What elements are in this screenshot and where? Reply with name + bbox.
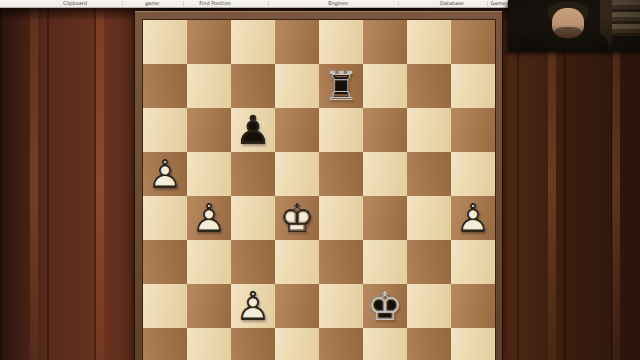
square-g6[interactable] — [407, 108, 451, 152]
webcam-overlay — [508, 0, 640, 52]
square-a7[interactable] — [143, 64, 187, 108]
white-pawn-outline: ♙ — [451, 196, 495, 240]
square-d5[interactable] — [275, 152, 319, 196]
menu-separator — [398, 1, 399, 6]
white-pawn-outline: ♙ — [231, 284, 275, 328]
square-b6[interactable] — [187, 108, 231, 152]
square-d3[interactable] — [275, 240, 319, 284]
square-f8[interactable] — [363, 20, 407, 64]
black-rook[interactable]: ♜♖ — [319, 64, 363, 108]
square-e5[interactable] — [319, 152, 363, 196]
square-f2[interactable]: ♚♔ — [363, 284, 407, 328]
square-c1[interactable] — [231, 328, 275, 360]
wood-grain-streak — [30, 7, 38, 360]
square-c4[interactable] — [231, 196, 275, 240]
white-king[interactable]: ♚♔ — [275, 196, 319, 240]
white-pawn-outline: ♙ — [187, 196, 231, 240]
square-h2[interactable] — [451, 284, 495, 328]
square-a6[interactable] — [143, 108, 187, 152]
wood-grain-streak — [548, 7, 556, 360]
square-d7[interactable] — [275, 64, 319, 108]
square-a4[interactable] — [143, 196, 187, 240]
square-e3[interactable] — [319, 240, 363, 284]
black-king-outline: ♔ — [363, 284, 407, 328]
chess-board: ♜♖♟♙♟♙♟♙♚♔♟♙♟♙♚♔ — [143, 20, 495, 360]
square-b4[interactable]: ♟♙ — [187, 196, 231, 240]
square-h8[interactable] — [451, 20, 495, 64]
square-g7[interactable] — [407, 64, 451, 108]
wood-grain-streak — [96, 7, 104, 360]
square-a2[interactable] — [143, 284, 187, 328]
square-b8[interactable] — [187, 20, 231, 64]
square-c3[interactable] — [231, 240, 275, 284]
square-f4[interactable] — [363, 196, 407, 240]
square-g4[interactable] — [407, 196, 451, 240]
square-a1[interactable] — [143, 328, 187, 360]
square-h1[interactable] — [451, 328, 495, 360]
menu-item-game[interactable]: game — [145, 0, 159, 7]
app-window: Clipboard game Find Position Engines Dat… — [0, 0, 640, 360]
menu-separator — [183, 1, 184, 6]
square-g5[interactable] — [407, 152, 451, 196]
menu-item-engines[interactable]: Engines — [328, 0, 348, 7]
webcam-vignette — [508, 0, 640, 52]
square-e4[interactable] — [319, 196, 363, 240]
square-d1[interactable] — [275, 328, 319, 360]
square-f5[interactable] — [363, 152, 407, 196]
white-pawn[interactable]: ♟♙ — [451, 196, 495, 240]
square-g2[interactable] — [407, 284, 451, 328]
square-f7[interactable] — [363, 64, 407, 108]
menu-item-database[interactable]: Database — [440, 0, 464, 7]
square-f6[interactable] — [363, 108, 407, 152]
square-c2[interactable]: ♟♙ — [231, 284, 275, 328]
square-h6[interactable] — [451, 108, 495, 152]
square-a5[interactable]: ♟♙ — [143, 152, 187, 196]
white-king-outline: ♔ — [275, 196, 319, 240]
square-e8[interactable] — [319, 20, 363, 64]
square-f1[interactable] — [363, 328, 407, 360]
menu-item-find-position[interactable]: Find Position — [199, 0, 230, 7]
square-d6[interactable] — [275, 108, 319, 152]
white-pawn-outline: ♙ — [143, 152, 187, 196]
square-b5[interactable] — [187, 152, 231, 196]
square-c6[interactable]: ♟♙ — [231, 108, 275, 152]
menu-separator — [268, 1, 269, 6]
square-d4[interactable]: ♚♔ — [275, 196, 319, 240]
square-g3[interactable] — [407, 240, 451, 284]
square-e6[interactable] — [319, 108, 363, 152]
white-pawn[interactable]: ♟♙ — [143, 152, 187, 196]
chess-board-frame: ♜♖♟♙♟♙♟♙♚♔♟♙♟♙♚♔ — [134, 10, 503, 360]
square-g8[interactable] — [407, 20, 451, 64]
square-e2[interactable] — [319, 284, 363, 328]
square-e1[interactable] — [319, 328, 363, 360]
wood-grain-streak — [612, 7, 620, 360]
square-b3[interactable] — [187, 240, 231, 284]
black-pawn-outline: ♙ — [231, 108, 275, 152]
square-h3[interactable] — [451, 240, 495, 284]
square-f3[interactable] — [363, 240, 407, 284]
square-b1[interactable] — [187, 328, 231, 360]
square-a3[interactable] — [143, 240, 187, 284]
square-a8[interactable] — [143, 20, 187, 64]
menu-separator — [487, 1, 488, 6]
square-h7[interactable] — [451, 64, 495, 108]
square-d8[interactable] — [275, 20, 319, 64]
square-h4[interactable]: ♟♙ — [451, 196, 495, 240]
black-pawn[interactable]: ♟♙ — [231, 108, 275, 152]
square-c5[interactable] — [231, 152, 275, 196]
square-c8[interactable] — [231, 20, 275, 64]
menu-item-clipboard[interactable]: Clipboard — [63, 0, 87, 7]
square-g1[interactable] — [407, 328, 451, 360]
square-e7[interactable]: ♜♖ — [319, 64, 363, 108]
menu-separator — [122, 1, 123, 6]
square-d2[interactable] — [275, 284, 319, 328]
square-c7[interactable] — [231, 64, 275, 108]
black-rook-outline: ♖ — [319, 64, 363, 108]
white-pawn[interactable]: ♟♙ — [187, 196, 231, 240]
white-pawn[interactable]: ♟♙ — [231, 284, 275, 328]
black-king[interactable]: ♚♔ — [363, 284, 407, 328]
square-b2[interactable] — [187, 284, 231, 328]
square-h5[interactable] — [451, 152, 495, 196]
square-b7[interactable] — [187, 64, 231, 108]
